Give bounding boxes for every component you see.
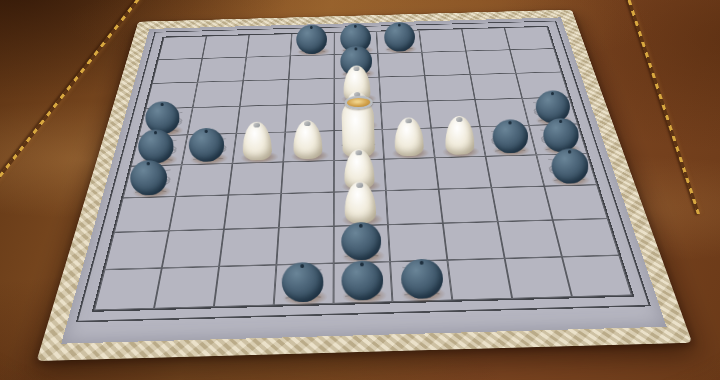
square-g2[interactable] <box>422 51 470 76</box>
square-b8[interactable] <box>162 229 224 268</box>
square-b9[interactable] <box>154 266 219 308</box>
square-h6[interactable] <box>486 155 545 188</box>
square-e7[interactable] <box>333 190 388 226</box>
square-i2[interactable] <box>510 49 561 74</box>
braided-trim <box>37 10 693 361</box>
board-grid <box>92 26 634 312</box>
square-f5[interactable] <box>383 128 435 159</box>
square-c2[interactable] <box>243 56 290 81</box>
attacker-piece[interactable] <box>281 262 324 303</box>
tabletop-scene <box>0 0 720 380</box>
square-h8[interactable] <box>498 220 562 258</box>
attacker-piece[interactable] <box>341 260 384 301</box>
square-h1[interactable] <box>462 28 510 51</box>
square-a6[interactable] <box>123 165 182 198</box>
square-f7[interactable] <box>386 189 443 225</box>
square-h7[interactable] <box>492 186 553 221</box>
outer-frame-line <box>76 21 651 323</box>
square-b6[interactable] <box>176 163 233 196</box>
square-c3[interactable] <box>240 80 289 107</box>
square-e8[interactable] <box>333 224 390 263</box>
square-e9[interactable] <box>333 262 393 304</box>
square-f8[interactable] <box>388 223 447 262</box>
square-a1[interactable] <box>158 36 206 60</box>
square-d3[interactable] <box>287 78 334 105</box>
square-a9[interactable] <box>94 268 162 310</box>
square-d9[interactable] <box>273 263 333 305</box>
square-c8[interactable] <box>219 228 279 267</box>
square-i8[interactable] <box>553 218 619 256</box>
square-g6[interactable] <box>435 156 492 189</box>
square-g8[interactable] <box>443 221 505 260</box>
square-f9[interactable] <box>390 260 452 302</box>
square-c1[interactable] <box>246 34 291 57</box>
square-g1[interactable] <box>419 29 466 52</box>
square-b2[interactable] <box>197 57 246 82</box>
tablut-board <box>20 0 692 361</box>
square-f3[interactable] <box>379 76 428 103</box>
square-h2[interactable] <box>466 50 516 75</box>
square-f6[interactable] <box>384 157 439 190</box>
square-a8[interactable] <box>105 231 169 270</box>
square-g5[interactable] <box>431 127 485 158</box>
square-b7[interactable] <box>169 195 228 231</box>
square-h5[interactable] <box>480 126 536 156</box>
square-c7[interactable] <box>224 193 281 229</box>
square-f2[interactable] <box>378 52 425 77</box>
square-a2[interactable] <box>152 58 202 83</box>
square-d5[interactable] <box>283 131 334 162</box>
square-d8[interactable] <box>276 226 333 265</box>
square-i1[interactable] <box>505 27 555 50</box>
square-c9[interactable] <box>214 265 276 307</box>
square-i6[interactable] <box>536 153 597 186</box>
square-b3[interactable] <box>193 81 243 108</box>
square-d6[interactable] <box>281 160 334 193</box>
square-d2[interactable] <box>288 55 334 80</box>
cloth-margin <box>61 17 666 343</box>
attacker-piece[interactable] <box>551 148 589 184</box>
attacker-piece[interactable] <box>401 258 444 299</box>
square-h9[interactable] <box>505 257 572 299</box>
square-c6[interactable] <box>228 162 283 195</box>
square-i9[interactable] <box>562 255 632 297</box>
square-g7[interactable] <box>439 187 498 223</box>
square-b5[interactable] <box>182 134 236 165</box>
square-f1[interactable] <box>377 30 422 53</box>
square-d1[interactable] <box>290 33 334 56</box>
square-a7[interactable] <box>114 196 175 232</box>
square-d7[interactable] <box>279 192 334 228</box>
square-c5[interactable] <box>232 132 285 163</box>
square-g9[interactable] <box>448 258 513 300</box>
square-h3[interactable] <box>470 73 522 99</box>
square-g3[interactable] <box>425 75 475 102</box>
square-i7[interactable] <box>544 184 607 219</box>
square-b1[interactable] <box>202 35 249 58</box>
